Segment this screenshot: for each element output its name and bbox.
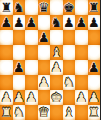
black-rook-piece: ♜ [88, 0, 100, 15]
square-d1[interactable]: ♛ [38, 105, 51, 120]
square-b8[interactable]: ♞ [13, 0, 26, 15]
black-pawn-piece: ♟ [13, 60, 25, 75]
white-rook-piece: ♜ [88, 105, 100, 120]
square-h1[interactable]: ♜ [88, 105, 101, 120]
black-pawn-piece: ♟ [38, 30, 50, 45]
square-b5[interactable] [13, 45, 26, 60]
square-b7[interactable]: ♟ [13, 15, 26, 30]
white-king-piece: ♚ [50, 90, 62, 105]
square-f2[interactable] [63, 90, 76, 105]
black-pawn-piece: ♟ [88, 15, 100, 30]
white-knight-piece: ♞ [13, 105, 25, 120]
square-g4[interactable] [75, 60, 88, 75]
square-e6[interactable] [50, 30, 63, 45]
white-pawn-piece: ♟ [38, 75, 50, 90]
square-c1[interactable] [25, 105, 38, 120]
square-c5[interactable] [25, 45, 38, 60]
square-h4[interactable]: ♟ [88, 60, 101, 75]
square-h3[interactable] [88, 75, 101, 90]
square-c3[interactable] [25, 75, 38, 90]
black-knight-piece: ♞ [13, 0, 25, 15]
square-b2[interactable]: ♟ [13, 90, 26, 105]
white-pawn-piece: ♟ [88, 90, 100, 105]
square-f7[interactable]: ♟ [63, 15, 76, 30]
square-e4[interactable]: ♟ [50, 60, 63, 75]
square-a6[interactable] [0, 30, 13, 45]
square-c8[interactable] [25, 0, 38, 15]
square-b6[interactable] [13, 30, 26, 45]
square-d7[interactable] [38, 15, 51, 30]
square-e8[interactable] [50, 0, 63, 15]
white-bishop-piece: ♝ [50, 45, 62, 60]
white-pawn-piece: ♟ [0, 90, 12, 105]
square-g5[interactable] [75, 45, 88, 60]
square-g6[interactable] [75, 30, 88, 45]
square-h2[interactable]: ♟ [88, 90, 101, 105]
square-f3[interactable]: ♞ [63, 75, 76, 90]
square-a1[interactable]: ♜ [0, 105, 13, 120]
black-rook-piece: ♜ [0, 0, 12, 15]
square-f6[interactable] [63, 30, 76, 45]
square-a7[interactable]: ♟ [0, 15, 13, 30]
black-pawn-piece: ♟ [13, 15, 25, 30]
square-g1[interactable] [75, 105, 88, 120]
black-pawn-piece: ♟ [88, 60, 100, 75]
square-g2[interactable]: ♟ [75, 90, 88, 105]
white-pawn-piece: ♟ [25, 90, 37, 105]
square-d8[interactable]: ♛ [38, 0, 51, 15]
square-g7[interactable]: ♟ [75, 15, 88, 30]
square-e7[interactable]: ♞ [50, 15, 63, 30]
square-g3[interactable] [75, 75, 88, 90]
black-pawn-piece: ♟ [0, 15, 12, 30]
square-d5[interactable] [38, 45, 51, 60]
square-h7[interactable]: ♟ [88, 15, 101, 30]
square-a3[interactable] [0, 75, 13, 90]
white-queen-piece: ♛ [38, 105, 50, 120]
square-d6[interactable]: ♟ [38, 30, 51, 45]
square-h5[interactable] [88, 45, 101, 60]
square-h8[interactable]: ♜ [88, 0, 101, 15]
white-pawn-piece: ♟ [50, 60, 62, 75]
square-a8[interactable]: ♜ [0, 0, 13, 15]
square-a5[interactable] [0, 45, 13, 60]
square-c2[interactable]: ♟ [25, 90, 38, 105]
square-a4[interactable] [0, 60, 13, 75]
square-f1[interactable]: ♝ [63, 105, 76, 120]
chess-board-wrap: ♜♞♛♚♜♟♟♟♞♟♟♟♟♝♟♟♟♟♞♟♟♟♚♟♟♜♞♛♝♜ [0, 0, 100, 120]
square-b1[interactable]: ♞ [13, 105, 26, 120]
square-g8[interactable] [75, 0, 88, 15]
square-h6[interactable] [88, 30, 101, 45]
black-queen-piece: ♛ [38, 0, 50, 15]
square-d2[interactable] [38, 90, 51, 105]
chess-board: ♜♞♛♚♜♟♟♟♞♟♟♟♟♝♟♟♟♟♞♟♟♟♚♟♟♜♞♛♝♜ [0, 0, 100, 120]
black-pawn-piece: ♟ [75, 15, 87, 30]
square-e5[interactable]: ♝ [50, 45, 63, 60]
square-f5[interactable] [63, 45, 76, 60]
square-d3[interactable]: ♟ [38, 75, 51, 90]
square-f4[interactable] [63, 60, 76, 75]
white-bishop-piece: ♝ [63, 105, 75, 120]
black-knight-piece: ♞ [50, 15, 62, 30]
black-pawn-piece: ♟ [25, 15, 37, 30]
white-knight-piece: ♞ [63, 75, 75, 90]
square-c7[interactable]: ♟ [25, 15, 38, 30]
white-pawn-piece: ♟ [13, 90, 25, 105]
square-a2[interactable]: ♟ [0, 90, 13, 105]
square-e2[interactable]: ♚ [50, 90, 63, 105]
square-e1[interactable] [50, 105, 63, 120]
square-c6[interactable] [25, 30, 38, 45]
black-king-piece: ♚ [63, 0, 75, 15]
square-d4[interactable] [38, 60, 51, 75]
square-c4[interactable] [25, 60, 38, 75]
black-pawn-piece: ♟ [63, 15, 75, 30]
white-pawn-piece: ♟ [75, 90, 87, 105]
square-b3[interactable] [13, 75, 26, 90]
white-rook-piece: ♜ [0, 105, 12, 120]
square-f8[interactable]: ♚ [63, 0, 76, 15]
square-e3[interactable] [50, 75, 63, 90]
square-b4[interactable]: ♟ [13, 60, 26, 75]
